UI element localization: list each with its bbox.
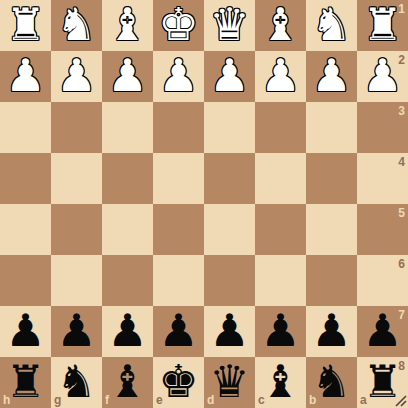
square-h5[interactable] [0, 204, 51, 255]
square-f1[interactable]: ♝ [102, 0, 153, 51]
piece-white-pawn[interactable]: ♟ [102, 51, 153, 102]
piece-black-knight[interactable]: ♞ [51, 357, 102, 408]
piece-white-rook[interactable]: ♜ [357, 0, 408, 51]
square-e1[interactable]: ♚ [153, 0, 204, 51]
square-e6[interactable] [153, 255, 204, 306]
square-e2[interactable]: ♟ [153, 51, 204, 102]
coordinate-rank-3: 3 [398, 104, 405, 118]
square-b8[interactable]: ♞b [306, 357, 357, 408]
piece-black-pawn[interactable]: ♟ [306, 306, 357, 357]
piece-black-bishop[interactable]: ♝ [255, 357, 306, 408]
square-c8[interactable]: ♝c [255, 357, 306, 408]
square-f8[interactable]: ♝f [102, 357, 153, 408]
square-d4[interactable] [204, 153, 255, 204]
square-h1[interactable]: ♜ [0, 0, 51, 51]
piece-white-king[interactable]: ♚ [153, 0, 204, 51]
piece-black-pawn[interactable]: ♟ [204, 306, 255, 357]
piece-white-rook[interactable]: ♜ [0, 0, 51, 51]
square-a5[interactable]: 5 [357, 204, 408, 255]
piece-black-pawn[interactable]: ♟ [102, 306, 153, 357]
square-f4[interactable] [102, 153, 153, 204]
square-e4[interactable] [153, 153, 204, 204]
resize-handle-icon [394, 394, 407, 407]
square-c2[interactable]: ♟ [255, 51, 306, 102]
square-a6[interactable]: 6 [357, 255, 408, 306]
piece-white-bishop[interactable]: ♝ [255, 0, 306, 51]
square-h4[interactable] [0, 153, 51, 204]
coordinate-rank-4: 4 [398, 155, 405, 169]
chess-board: ♜♞♝♚♛♝♞♜1♟♟♟♟♟♟♟♟23456♟♟♟♟♟♟♟♟7♜h♞g♝f♚e♛… [0, 0, 408, 408]
square-c4[interactable] [255, 153, 306, 204]
square-d1[interactable]: ♛ [204, 0, 255, 51]
square-b6[interactable] [306, 255, 357, 306]
square-g4[interactable] [51, 153, 102, 204]
square-d8[interactable]: ♛d [204, 357, 255, 408]
square-g8[interactable]: ♞g [51, 357, 102, 408]
square-d6[interactable] [204, 255, 255, 306]
piece-black-pawn[interactable]: ♟ [255, 306, 306, 357]
square-f5[interactable] [102, 204, 153, 255]
square-g6[interactable] [51, 255, 102, 306]
square-d5[interactable] [204, 204, 255, 255]
square-c6[interactable] [255, 255, 306, 306]
piece-black-knight[interactable]: ♞ [306, 357, 357, 408]
square-h7[interactable]: ♟ [0, 306, 51, 357]
square-e3[interactable] [153, 102, 204, 153]
piece-black-pawn[interactable]: ♟ [357, 306, 408, 357]
square-b1[interactable]: ♞ [306, 0, 357, 51]
piece-white-pawn[interactable]: ♟ [357, 51, 408, 102]
piece-white-queen[interactable]: ♛ [204, 0, 255, 51]
piece-white-pawn[interactable]: ♟ [204, 51, 255, 102]
square-c1[interactable]: ♝ [255, 0, 306, 51]
square-a7[interactable]: ♟7 [357, 306, 408, 357]
square-b2[interactable]: ♟ [306, 51, 357, 102]
square-d3[interactable] [204, 102, 255, 153]
piece-black-queen[interactable]: ♛ [204, 357, 255, 408]
square-f6[interactable] [102, 255, 153, 306]
square-h3[interactable] [0, 102, 51, 153]
square-h2[interactable]: ♟ [0, 51, 51, 102]
square-b3[interactable] [306, 102, 357, 153]
square-d7[interactable]: ♟ [204, 306, 255, 357]
square-g3[interactable] [51, 102, 102, 153]
piece-white-pawn[interactable]: ♟ [255, 51, 306, 102]
piece-white-pawn[interactable]: ♟ [51, 51, 102, 102]
square-c7[interactable]: ♟ [255, 306, 306, 357]
piece-white-knight[interactable]: ♞ [306, 0, 357, 51]
piece-white-bishop[interactable]: ♝ [102, 0, 153, 51]
square-b5[interactable] [306, 204, 357, 255]
square-c3[interactable] [255, 102, 306, 153]
square-g7[interactable]: ♟ [51, 306, 102, 357]
square-e7[interactable]: ♟ [153, 306, 204, 357]
square-g5[interactable] [51, 204, 102, 255]
square-b4[interactable] [306, 153, 357, 204]
piece-black-pawn[interactable]: ♟ [153, 306, 204, 357]
piece-black-rook[interactable]: ♜ [0, 357, 51, 408]
square-e5[interactable] [153, 204, 204, 255]
piece-white-knight[interactable]: ♞ [51, 0, 102, 51]
piece-white-pawn[interactable]: ♟ [306, 51, 357, 102]
piece-black-king[interactable]: ♚ [153, 357, 204, 408]
coordinate-rank-5: 5 [398, 206, 405, 220]
square-a4[interactable]: 4 [357, 153, 408, 204]
piece-black-pawn[interactable]: ♟ [0, 306, 51, 357]
square-f3[interactable] [102, 102, 153, 153]
square-b7[interactable]: ♟ [306, 306, 357, 357]
piece-white-pawn[interactable]: ♟ [0, 51, 51, 102]
square-h6[interactable] [0, 255, 51, 306]
square-a1[interactable]: ♜1 [357, 0, 408, 51]
piece-black-bishop[interactable]: ♝ [102, 357, 153, 408]
square-e8[interactable]: ♚e [153, 357, 204, 408]
square-g2[interactable]: ♟ [51, 51, 102, 102]
square-c5[interactable] [255, 204, 306, 255]
piece-white-pawn[interactable]: ♟ [153, 51, 204, 102]
board-resize-handle[interactable] [394, 394, 407, 407]
square-h8[interactable]: ♜h [0, 357, 51, 408]
square-g1[interactable]: ♞ [51, 0, 102, 51]
square-a2[interactable]: ♟2 [357, 51, 408, 102]
square-a3[interactable]: 3 [357, 102, 408, 153]
square-f2[interactable]: ♟ [102, 51, 153, 102]
square-f7[interactable]: ♟ [102, 306, 153, 357]
piece-black-pawn[interactable]: ♟ [51, 306, 102, 357]
coordinate-rank-6: 6 [398, 257, 405, 271]
square-d2[interactable]: ♟ [204, 51, 255, 102]
